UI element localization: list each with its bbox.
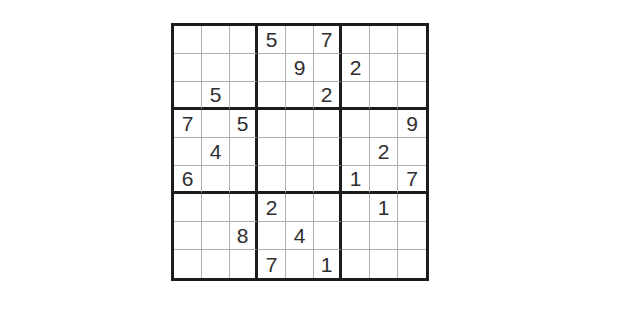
cell-r6c1-given-6[interactable]: 6 bbox=[174, 166, 202, 194]
cell-r6c7-given-1[interactable]: 1 bbox=[342, 166, 370, 194]
cell-r1c1-empty[interactable] bbox=[174, 26, 202, 54]
cell-r1c3-empty[interactable] bbox=[230, 26, 258, 54]
cell-r8c4-empty[interactable] bbox=[258, 222, 286, 250]
cell-r5c5-empty[interactable] bbox=[286, 138, 314, 166]
cell-r6c3-empty[interactable] bbox=[230, 166, 258, 194]
cell-r4c2-empty[interactable] bbox=[202, 110, 230, 138]
cell-r8c8-empty[interactable] bbox=[370, 222, 398, 250]
cell-r4c3-given-5[interactable]: 5 bbox=[230, 110, 258, 138]
cell-r3c1-empty[interactable] bbox=[174, 82, 202, 110]
cell-r7c1-empty[interactable] bbox=[174, 194, 202, 222]
cell-r4c1-given-7[interactable]: 7 bbox=[174, 110, 202, 138]
cell-r6c4-empty[interactable] bbox=[258, 166, 286, 194]
cell-r8c3-given-8[interactable]: 8 bbox=[230, 222, 258, 250]
cell-r6c5-empty[interactable] bbox=[286, 166, 314, 194]
cell-r7c8-given-1[interactable]: 1 bbox=[370, 194, 398, 222]
cell-r5c8-given-2[interactable]: 2 bbox=[370, 138, 398, 166]
cell-r3c4-empty[interactable] bbox=[258, 82, 286, 110]
cell-r9c6-given-1[interactable]: 1 bbox=[314, 250, 342, 278]
cell-r5c4-empty[interactable] bbox=[258, 138, 286, 166]
cell-r3c9-empty[interactable] bbox=[398, 82, 426, 110]
cell-r6c8-empty[interactable] bbox=[370, 166, 398, 194]
cell-r1c4-given-5[interactable]: 5 bbox=[258, 26, 286, 54]
cell-r8c6-empty[interactable] bbox=[314, 222, 342, 250]
cell-r8c5-given-4[interactable]: 4 bbox=[286, 222, 314, 250]
cell-r2c1-empty[interactable] bbox=[174, 54, 202, 82]
cell-r2c9-empty[interactable] bbox=[398, 54, 426, 82]
cell-r3c5-empty[interactable] bbox=[286, 82, 314, 110]
cell-r9c7-empty[interactable] bbox=[342, 250, 370, 278]
cell-r2c3-empty[interactable] bbox=[230, 54, 258, 82]
cell-r8c1-empty[interactable] bbox=[174, 222, 202, 250]
cell-r1c9-empty[interactable] bbox=[398, 26, 426, 54]
sudoku-board: 57925275942617218471 bbox=[171, 23, 429, 281]
cell-r2c6-empty[interactable] bbox=[314, 54, 342, 82]
cell-r9c8-empty[interactable] bbox=[370, 250, 398, 278]
cell-r3c3-empty[interactable] bbox=[230, 82, 258, 110]
cell-r7c5-empty[interactable] bbox=[286, 194, 314, 222]
cell-r5c1-empty[interactable] bbox=[174, 138, 202, 166]
cell-r1c8-empty[interactable] bbox=[370, 26, 398, 54]
cell-r8c2-empty[interactable] bbox=[202, 222, 230, 250]
cell-r3c6-given-2[interactable]: 2 bbox=[314, 82, 342, 110]
cell-r4c4-empty[interactable] bbox=[258, 110, 286, 138]
sudoku-page: { "game": "sudoku", "board": { "size": 9… bbox=[0, 0, 620, 309]
cell-r9c9-empty[interactable] bbox=[398, 250, 426, 278]
cell-r1c7-empty[interactable] bbox=[342, 26, 370, 54]
cell-r6c9-given-7[interactable]: 7 bbox=[398, 166, 426, 194]
cell-r2c2-empty[interactable] bbox=[202, 54, 230, 82]
cell-r7c6-empty[interactable] bbox=[314, 194, 342, 222]
cell-r5c2-given-4[interactable]: 4 bbox=[202, 138, 230, 166]
cell-r3c8-empty[interactable] bbox=[370, 82, 398, 110]
cell-r8c9-empty[interactable] bbox=[398, 222, 426, 250]
cell-r2c7-given-2[interactable]: 2 bbox=[342, 54, 370, 82]
cell-r5c7-empty[interactable] bbox=[342, 138, 370, 166]
cell-r5c3-empty[interactable] bbox=[230, 138, 258, 166]
cell-r3c7-empty[interactable] bbox=[342, 82, 370, 110]
cell-r9c1-empty[interactable] bbox=[174, 250, 202, 278]
cell-r6c2-empty[interactable] bbox=[202, 166, 230, 194]
cell-r4c8-empty[interactable] bbox=[370, 110, 398, 138]
cell-r2c4-empty[interactable] bbox=[258, 54, 286, 82]
cell-r6c6-empty[interactable] bbox=[314, 166, 342, 194]
cell-r7c2-empty[interactable] bbox=[202, 194, 230, 222]
cell-r9c2-empty[interactable] bbox=[202, 250, 230, 278]
cell-r5c6-empty[interactable] bbox=[314, 138, 342, 166]
cell-r7c4-given-2[interactable]: 2 bbox=[258, 194, 286, 222]
cell-r4c5-empty[interactable] bbox=[286, 110, 314, 138]
cell-r2c5-given-9[interactable]: 9 bbox=[286, 54, 314, 82]
cell-r9c5-empty[interactable] bbox=[286, 250, 314, 278]
cell-r9c4-given-7[interactable]: 7 bbox=[258, 250, 286, 278]
cell-r4c7-empty[interactable] bbox=[342, 110, 370, 138]
cell-r4c9-given-9[interactable]: 9 bbox=[398, 110, 426, 138]
cell-r5c9-empty[interactable] bbox=[398, 138, 426, 166]
cell-r3c2-given-5[interactable]: 5 bbox=[202, 82, 230, 110]
cell-r7c3-empty[interactable] bbox=[230, 194, 258, 222]
cell-r1c2-empty[interactable] bbox=[202, 26, 230, 54]
cell-r1c5-empty[interactable] bbox=[286, 26, 314, 54]
cell-r2c8-empty[interactable] bbox=[370, 54, 398, 82]
cell-r4c6-empty[interactable] bbox=[314, 110, 342, 138]
cell-r8c7-empty[interactable] bbox=[342, 222, 370, 250]
cell-r7c9-empty[interactable] bbox=[398, 194, 426, 222]
cell-r9c3-empty[interactable] bbox=[230, 250, 258, 278]
cell-r1c6-given-7[interactable]: 7 bbox=[314, 26, 342, 54]
cell-r7c7-empty[interactable] bbox=[342, 194, 370, 222]
